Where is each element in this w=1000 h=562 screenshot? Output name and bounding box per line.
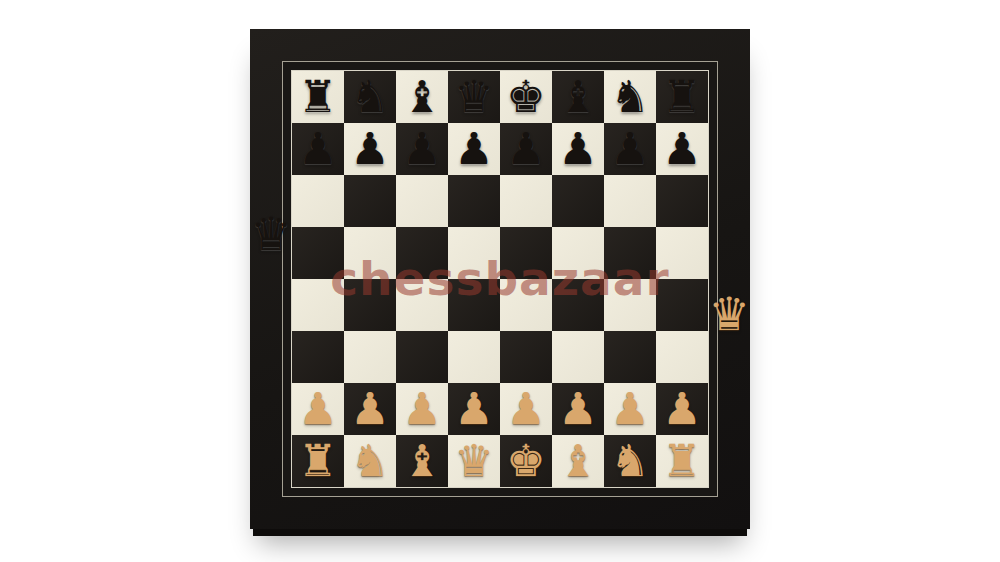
- square-f2[interactable]: ♟: [552, 383, 604, 435]
- square-h6[interactable]: [656, 175, 708, 227]
- black-bishop[interactable]: ♝: [402, 75, 441, 119]
- square-h1[interactable]: ♜: [656, 435, 708, 487]
- square-c1[interactable]: ♝: [396, 435, 448, 487]
- white-rook[interactable]: ♜: [298, 439, 337, 483]
- white-queen[interactable]: ♛: [454, 439, 493, 483]
- square-a3[interactable]: [292, 331, 344, 383]
- white-knight[interactable]: ♞: [350, 439, 389, 483]
- white-pawn[interactable]: ♟: [350, 387, 389, 431]
- square-e1[interactable]: ♚: [500, 435, 552, 487]
- square-a4[interactable]: [292, 279, 344, 331]
- black-rook[interactable]: ♜: [298, 75, 337, 119]
- square-b2[interactable]: ♟: [344, 383, 396, 435]
- white-rook[interactable]: ♜: [662, 439, 701, 483]
- square-g7[interactable]: ♟: [604, 123, 656, 175]
- square-c2[interactable]: ♟: [396, 383, 448, 435]
- black-queen[interactable]: ♛: [454, 75, 493, 119]
- square-h5[interactable]: [656, 227, 708, 279]
- square-f7[interactable]: ♟: [552, 123, 604, 175]
- square-c6[interactable]: [396, 175, 448, 227]
- square-d6[interactable]: [448, 175, 500, 227]
- white-pawn[interactable]: ♟: [610, 387, 649, 431]
- white-pawn[interactable]: ♟: [454, 387, 493, 431]
- square-g4[interactable]: [604, 279, 656, 331]
- square-b6[interactable]: [344, 175, 396, 227]
- white-pawn[interactable]: ♟: [298, 387, 337, 431]
- black-bishop[interactable]: ♝: [558, 75, 597, 119]
- square-b4[interactable]: [344, 279, 396, 331]
- photo-canvas: ♜♞♝♛♚♝♞♜♟♟♟♟♟♟♟♟♟♟♟♟♟♟♟♟♜♞♝♛♚♝♞♜ ♛ ♛ che…: [0, 0, 1000, 562]
- black-rook[interactable]: ♜: [662, 75, 701, 119]
- board-field: ♜♞♝♛♚♝♞♜♟♟♟♟♟♟♟♟♟♟♟♟♟♟♟♟♜♞♝♛♚♝♞♜: [292, 71, 708, 487]
- square-e5[interactable]: [500, 227, 552, 279]
- square-f5[interactable]: [552, 227, 604, 279]
- square-b1[interactable]: ♞: [344, 435, 396, 487]
- square-g2[interactable]: ♟: [604, 383, 656, 435]
- black-pawn[interactable]: ♟: [402, 127, 441, 171]
- square-d8[interactable]: ♛: [448, 71, 500, 123]
- square-c3[interactable]: [396, 331, 448, 383]
- black-king[interactable]: ♚: [506, 75, 545, 119]
- square-a8[interactable]: ♜: [292, 71, 344, 123]
- black-pawn[interactable]: ♟: [298, 127, 337, 171]
- square-c8[interactable]: ♝: [396, 71, 448, 123]
- square-g1[interactable]: ♞: [604, 435, 656, 487]
- square-b5[interactable]: [344, 227, 396, 279]
- white-bishop[interactable]: ♝: [558, 439, 597, 483]
- square-b7[interactable]: ♟: [344, 123, 396, 175]
- black-knight[interactable]: ♞: [610, 75, 649, 119]
- square-f1[interactable]: ♝: [552, 435, 604, 487]
- square-a1[interactable]: ♜: [292, 435, 344, 487]
- square-d4[interactable]: [448, 279, 500, 331]
- black-knight[interactable]: ♞: [350, 75, 389, 119]
- black-pawn[interactable]: ♟: [506, 127, 545, 171]
- square-h8[interactable]: ♜: [656, 71, 708, 123]
- square-a7[interactable]: ♟: [292, 123, 344, 175]
- square-b8[interactable]: ♞: [344, 71, 396, 123]
- square-e7[interactable]: ♟: [500, 123, 552, 175]
- square-h2[interactable]: ♟: [656, 383, 708, 435]
- square-g8[interactable]: ♞: [604, 71, 656, 123]
- square-a5[interactable]: [292, 227, 344, 279]
- square-d7[interactable]: ♟: [448, 123, 500, 175]
- square-a2[interactable]: ♟: [292, 383, 344, 435]
- white-pawn[interactable]: ♟: [558, 387, 597, 431]
- square-d2[interactable]: ♟: [448, 383, 500, 435]
- square-c5[interactable]: [396, 227, 448, 279]
- square-f8[interactable]: ♝: [552, 71, 604, 123]
- square-c7[interactable]: ♟: [396, 123, 448, 175]
- white-king[interactable]: ♚: [506, 439, 545, 483]
- square-b3[interactable]: [344, 331, 396, 383]
- square-c4[interactable]: [396, 279, 448, 331]
- square-d3[interactable]: [448, 331, 500, 383]
- square-e2[interactable]: ♟: [500, 383, 552, 435]
- black-pawn[interactable]: ♟: [454, 127, 493, 171]
- square-e3[interactable]: [500, 331, 552, 383]
- white-pawn[interactable]: ♟: [662, 387, 701, 431]
- spare-black-queen[interactable]: ♛: [250, 211, 292, 257]
- black-pawn[interactable]: ♟: [558, 127, 597, 171]
- square-f3[interactable]: [552, 331, 604, 383]
- square-e8[interactable]: ♚: [500, 71, 552, 123]
- square-h7[interactable]: ♟: [656, 123, 708, 175]
- white-pawn[interactable]: ♟: [402, 387, 441, 431]
- white-knight[interactable]: ♞: [610, 439, 649, 483]
- square-a6[interactable]: [292, 175, 344, 227]
- square-f6[interactable]: [552, 175, 604, 227]
- square-g3[interactable]: [604, 331, 656, 383]
- white-bishop[interactable]: ♝: [402, 439, 441, 483]
- square-g5[interactable]: [604, 227, 656, 279]
- black-pawn[interactable]: ♟: [610, 127, 649, 171]
- square-f4[interactable]: [552, 279, 604, 331]
- square-e6[interactable]: [500, 175, 552, 227]
- square-d1[interactable]: ♛: [448, 435, 500, 487]
- black-pawn[interactable]: ♟: [662, 127, 701, 171]
- square-h4[interactable]: [656, 279, 708, 331]
- square-h3[interactable]: [656, 331, 708, 383]
- chess-board: ♜♞♝♛♚♝♞♜♟♟♟♟♟♟♟♟♟♟♟♟♟♟♟♟♜♞♝♛♚♝♞♜ ♛ ♛: [250, 29, 750, 529]
- spare-white-queen[interactable]: ♛: [708, 291, 750, 337]
- black-pawn[interactable]: ♟: [350, 127, 389, 171]
- square-e4[interactable]: [500, 279, 552, 331]
- white-pawn[interactable]: ♟: [506, 387, 545, 431]
- square-d5[interactable]: [448, 227, 500, 279]
- square-g6[interactable]: [604, 175, 656, 227]
